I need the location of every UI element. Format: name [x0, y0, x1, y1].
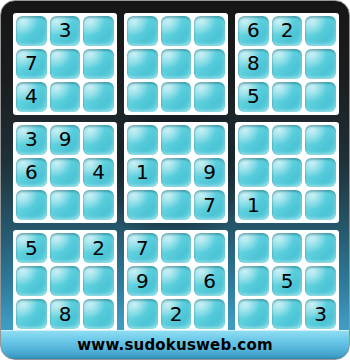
cell-r9c6[interactable] — [194, 299, 225, 329]
cell-r8c1[interactable] — [16, 266, 47, 296]
cell-r9c2[interactable]: 8 — [50, 299, 81, 329]
cell-r7c8[interactable] — [272, 233, 303, 263]
cell-r3c7[interactable]: 5 — [238, 82, 269, 112]
cell-r2c8[interactable] — [272, 49, 303, 79]
cell-r1c4[interactable] — [127, 16, 158, 46]
cell-r6c1[interactable] — [16, 190, 47, 220]
cell-r4c1[interactable]: 3 — [16, 125, 47, 155]
cell-r4c9[interactable] — [305, 125, 336, 155]
cell-r1c1[interactable] — [16, 16, 47, 46]
cell-r3c9[interactable] — [305, 82, 336, 112]
cell-r8c5[interactable] — [161, 266, 192, 296]
cell-r2c2[interactable] — [50, 49, 81, 79]
cell-r2c1[interactable]: 7 — [16, 49, 47, 79]
cell-r6c4[interactable] — [127, 190, 158, 220]
cell-r7c4[interactable]: 7 — [127, 233, 158, 263]
cell-r2c3[interactable] — [83, 49, 114, 79]
cell-r7c2[interactable] — [50, 233, 81, 263]
block-r2c3: 1 — [235, 122, 339, 224]
cell-r4c6[interactable] — [194, 125, 225, 155]
cell-r5c5[interactable] — [161, 158, 192, 188]
cell-r5c4[interactable]: 1 — [127, 158, 158, 188]
cell-r8c9[interactable] — [305, 266, 336, 296]
cell-r1c9[interactable] — [305, 16, 336, 46]
website-url: www.sudokusweb.com — [77, 336, 272, 354]
cell-r1c5[interactable] — [161, 16, 192, 46]
cell-r2c6[interactable] — [194, 49, 225, 79]
cell-r2c9[interactable] — [305, 49, 336, 79]
footer-bar: www.sudokusweb.com — [1, 330, 349, 359]
cell-r7c9[interactable] — [305, 233, 336, 263]
cell-r5c1[interactable]: 6 — [16, 158, 47, 188]
cell-r3c5[interactable] — [161, 82, 192, 112]
cell-r6c7[interactable]: 1 — [238, 190, 269, 220]
cell-r8c4[interactable]: 9 — [127, 266, 158, 296]
cell-r5c6[interactable]: 9 — [194, 158, 225, 188]
cell-r6c5[interactable] — [161, 190, 192, 220]
cell-r9c4[interactable] — [127, 299, 158, 329]
cell-r3c6[interactable] — [194, 82, 225, 112]
cell-r7c5[interactable] — [161, 233, 192, 263]
cell-r4c3[interactable] — [83, 125, 114, 155]
cell-r7c6[interactable] — [194, 233, 225, 263]
cell-r9c5[interactable]: 2 — [161, 299, 192, 329]
cell-r4c7[interactable] — [238, 125, 269, 155]
cell-r8c8[interactable]: 5 — [272, 266, 303, 296]
cell-r4c5[interactable] — [161, 125, 192, 155]
cell-r1c8[interactable]: 2 — [272, 16, 303, 46]
cell-r7c1[interactable]: 5 — [16, 233, 47, 263]
cell-r4c4[interactable] — [127, 125, 158, 155]
cell-r4c8[interactable] — [272, 125, 303, 155]
cell-r6c2[interactable] — [50, 190, 81, 220]
cell-r5c3[interactable]: 4 — [83, 158, 114, 188]
cell-r7c3[interactable]: 2 — [83, 233, 114, 263]
cell-r7c7[interactable] — [238, 233, 269, 263]
block-r1c2 — [124, 13, 228, 115]
cell-r1c3[interactable] — [83, 16, 114, 46]
cell-r3c8[interactable] — [272, 82, 303, 112]
cell-r1c6[interactable] — [194, 16, 225, 46]
block-r3c2: 7962 — [124, 230, 228, 332]
cell-r9c3[interactable] — [83, 299, 114, 329]
cell-r4c2[interactable]: 9 — [50, 125, 81, 155]
cell-r3c2[interactable] — [50, 82, 81, 112]
block-r2c1: 3964 — [13, 122, 117, 224]
board: 374628539641971528796253 — [13, 13, 339, 332]
cell-r1c7[interactable]: 6 — [238, 16, 269, 46]
block-r2c2: 197 — [124, 122, 228, 224]
cell-r6c8[interactable] — [272, 190, 303, 220]
cell-r8c3[interactable] — [83, 266, 114, 296]
cell-r3c1[interactable]: 4 — [16, 82, 47, 112]
cell-r9c9[interactable]: 3 — [305, 299, 336, 329]
cell-r3c3[interactable] — [83, 82, 114, 112]
sudoku-widget: 374628539641971528796253 www.sudokusweb.… — [0, 0, 350, 360]
cell-r1c2[interactable]: 3 — [50, 16, 81, 46]
board-frame: 374628539641971528796253 www.sudokusweb.… — [0, 0, 350, 360]
cell-r2c4[interactable] — [127, 49, 158, 79]
cell-r9c8[interactable] — [272, 299, 303, 329]
cell-r9c1[interactable] — [16, 299, 47, 329]
cell-r5c7[interactable] — [238, 158, 269, 188]
block-r3c3: 53 — [235, 230, 339, 332]
cell-r6c3[interactable] — [83, 190, 114, 220]
block-r1c1: 374 — [13, 13, 117, 115]
block-r1c3: 6285 — [235, 13, 339, 115]
cell-r3c4[interactable] — [127, 82, 158, 112]
cell-r8c2[interactable] — [50, 266, 81, 296]
cell-r5c8[interactable] — [272, 158, 303, 188]
cell-r5c2[interactable] — [50, 158, 81, 188]
cell-r2c7[interactable]: 8 — [238, 49, 269, 79]
cell-r5c9[interactable] — [305, 158, 336, 188]
cell-r6c6[interactable]: 7 — [194, 190, 225, 220]
cell-r2c5[interactable] — [161, 49, 192, 79]
cell-r8c7[interactable] — [238, 266, 269, 296]
block-r3c1: 528 — [13, 230, 117, 332]
cell-r6c9[interactable] — [305, 190, 336, 220]
cell-r8c6[interactable]: 6 — [194, 266, 225, 296]
cell-r9c7[interactable] — [238, 299, 269, 329]
